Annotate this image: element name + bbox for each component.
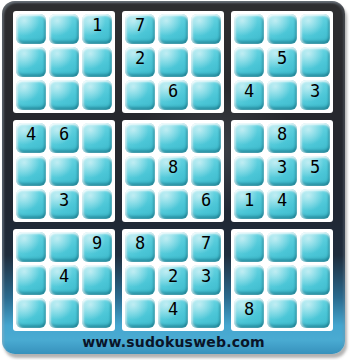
cell-r1c9[interactable] [300, 14, 330, 44]
cell-r1c6[interactable] [191, 14, 221, 44]
cell-r7c5[interactable] [158, 232, 188, 262]
cell-r3c1[interactable] [16, 80, 46, 110]
box-r2c1: 463 [13, 120, 115, 222]
cell-r4c3[interactable] [82, 123, 112, 153]
cell-r8c6: 3 [191, 265, 221, 295]
cell-r6c9[interactable] [300, 189, 330, 219]
cell-r9c8[interactable] [267, 298, 297, 328]
cell-r9c5: 4 [158, 298, 188, 328]
cell-r1c8[interactable] [267, 14, 297, 44]
cell-r4c8: 8 [267, 123, 297, 153]
box-r3c3: 8 [231, 229, 333, 331]
box-r1c1: 1 [13, 11, 115, 113]
cell-r9c1[interactable] [16, 298, 46, 328]
cell-r9c2[interactable] [49, 298, 79, 328]
board-grid: 1726543463868351494872348 [13, 11, 345, 331]
cell-r2c3[interactable] [82, 47, 112, 77]
cell-r4c7[interactable] [234, 123, 264, 153]
cell-r2c9[interactable] [300, 47, 330, 77]
cell-r1c3: 1 [82, 14, 112, 44]
box-r2c2: 86 [122, 120, 224, 222]
cell-r8c4[interactable] [125, 265, 155, 295]
box-r2c3: 83514 [231, 120, 333, 222]
cell-r6c2: 3 [49, 189, 79, 219]
cell-r7c3: 9 [82, 232, 112, 262]
cell-r4c4[interactable] [125, 123, 155, 153]
cell-r7c6: 7 [191, 232, 221, 262]
box-r3c1: 94 [13, 229, 115, 331]
cell-r9c7: 8 [234, 298, 264, 328]
cell-r4c2: 6 [49, 123, 79, 153]
cell-r8c5: 2 [158, 265, 188, 295]
cell-r3c9: 3 [300, 80, 330, 110]
cell-r7c9[interactable] [300, 232, 330, 262]
cell-r9c3[interactable] [82, 298, 112, 328]
box-r3c2: 87234 [122, 229, 224, 331]
box-r1c3: 543 [231, 11, 333, 113]
cell-r9c6[interactable] [191, 298, 221, 328]
cell-r6c6: 6 [191, 189, 221, 219]
cell-r3c7: 4 [234, 80, 264, 110]
cell-r2c5[interactable] [158, 47, 188, 77]
cell-r8c7[interactable] [234, 265, 264, 295]
cell-r3c8[interactable] [267, 80, 297, 110]
box-r1c2: 726 [122, 11, 224, 113]
cell-r4c1: 4 [16, 123, 46, 153]
cell-r1c5[interactable] [158, 14, 188, 44]
cell-r1c1[interactable] [16, 14, 46, 44]
cell-r5c9: 5 [300, 156, 330, 186]
cell-r9c4[interactable] [125, 298, 155, 328]
cell-r5c1[interactable] [16, 156, 46, 186]
cell-r7c7[interactable] [234, 232, 264, 262]
sudoku-board: 1726543463868351494872348 www.sudokusweb… [2, 1, 345, 354]
cell-r1c7[interactable] [234, 14, 264, 44]
cell-r4c6[interactable] [191, 123, 221, 153]
cell-r5c3[interactable] [82, 156, 112, 186]
cell-r6c3[interactable] [82, 189, 112, 219]
cell-r5c6[interactable] [191, 156, 221, 186]
cell-r3c5: 6 [158, 80, 188, 110]
cell-r5c7[interactable] [234, 156, 264, 186]
cell-r8c1[interactable] [16, 265, 46, 295]
cell-r8c2: 4 [49, 265, 79, 295]
cell-r8c3[interactable] [82, 265, 112, 295]
cell-r4c9[interactable] [300, 123, 330, 153]
cell-r3c3[interactable] [82, 80, 112, 110]
cell-r7c2[interactable] [49, 232, 79, 262]
cell-r5c5: 8 [158, 156, 188, 186]
cell-r2c6[interactable] [191, 47, 221, 77]
cell-r5c2[interactable] [49, 156, 79, 186]
cell-r2c8: 5 [267, 47, 297, 77]
cell-r2c7[interactable] [234, 47, 264, 77]
cell-r8c8[interactable] [267, 265, 297, 295]
cell-r1c2[interactable] [49, 14, 79, 44]
cell-r2c2[interactable] [49, 47, 79, 77]
cell-r3c4[interactable] [125, 80, 155, 110]
cell-r7c4: 8 [125, 232, 155, 262]
cell-r7c1[interactable] [16, 232, 46, 262]
cell-r6c4[interactable] [125, 189, 155, 219]
cell-r3c6[interactable] [191, 80, 221, 110]
cell-r6c1[interactable] [16, 189, 46, 219]
cell-r7c8[interactable] [267, 232, 297, 262]
cell-r6c7: 1 [234, 189, 264, 219]
cell-r5c8: 3 [267, 156, 297, 186]
cell-r3c2[interactable] [49, 80, 79, 110]
cell-r5c4[interactable] [125, 156, 155, 186]
cell-r2c1[interactable] [16, 47, 46, 77]
cell-r6c5[interactable] [158, 189, 188, 219]
site-link[interactable]: www.sudokusweb.com [2, 334, 345, 351]
cell-r8c9[interactable] [300, 265, 330, 295]
cell-r4c5[interactable] [158, 123, 188, 153]
cell-r9c9[interactable] [300, 298, 330, 328]
cell-r2c4: 2 [125, 47, 155, 77]
cell-r6c8: 4 [267, 189, 297, 219]
cell-r1c4: 7 [125, 14, 155, 44]
